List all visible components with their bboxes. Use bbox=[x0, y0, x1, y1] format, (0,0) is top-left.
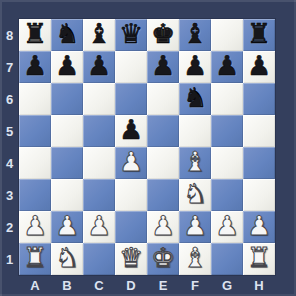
square-a5[interactable] bbox=[19, 115, 51, 147]
square-f8[interactable]: ♝ bbox=[179, 19, 211, 51]
square-b1[interactable]: ♞ bbox=[51, 243, 83, 275]
piece-white-pawn[interactable]: ♟ bbox=[215, 210, 239, 242]
square-g2[interactable]: ♟ bbox=[211, 211, 243, 243]
piece-black-rook[interactable]: ♜ bbox=[23, 18, 47, 50]
piece-black-knight[interactable]: ♞ bbox=[55, 18, 79, 50]
square-e2[interactable]: ♟ bbox=[147, 211, 179, 243]
square-h5[interactable] bbox=[243, 115, 275, 147]
chess-board-frame: ♜♞♝♛♚♝♜♟♟♟♟♟♟♟♞♟♟♝♞♟♟♟♟♟♟♟♜♞♛♚♝♜ 8765432… bbox=[0, 0, 296, 296]
piece-white-pawn[interactable]: ♟ bbox=[87, 210, 111, 242]
square-b4[interactable] bbox=[51, 147, 83, 179]
square-b2[interactable]: ♟ bbox=[51, 211, 83, 243]
file-label-c: C bbox=[83, 275, 115, 296]
square-h2[interactable]: ♟ bbox=[243, 211, 275, 243]
square-f7[interactable]: ♟ bbox=[179, 51, 211, 83]
piece-white-pawn[interactable]: ♟ bbox=[183, 210, 207, 242]
file-label-a: A bbox=[19, 275, 51, 296]
square-a1[interactable]: ♜ bbox=[19, 243, 51, 275]
piece-black-bishop[interactable]: ♝ bbox=[87, 18, 111, 50]
rank-label-7: 7 bbox=[0, 51, 19, 83]
piece-black-pawn[interactable]: ♟ bbox=[119, 114, 143, 146]
piece-white-king[interactable]: ♚ bbox=[151, 242, 175, 274]
square-h7[interactable]: ♟ bbox=[243, 51, 275, 83]
square-a4[interactable] bbox=[19, 147, 51, 179]
square-h1[interactable]: ♜ bbox=[243, 243, 275, 275]
square-h4[interactable] bbox=[243, 147, 275, 179]
square-c2[interactable]: ♟ bbox=[83, 211, 115, 243]
square-c6[interactable] bbox=[83, 83, 115, 115]
square-a3[interactable] bbox=[19, 179, 51, 211]
square-g8[interactable] bbox=[211, 19, 243, 51]
square-b5[interactable] bbox=[51, 115, 83, 147]
square-f2[interactable]: ♟ bbox=[179, 211, 211, 243]
square-e6[interactable] bbox=[147, 83, 179, 115]
rank-label-6: 6 bbox=[0, 83, 19, 115]
piece-white-queen[interactable]: ♛ bbox=[119, 242, 143, 274]
square-f6[interactable]: ♞ bbox=[179, 83, 211, 115]
square-e3[interactable] bbox=[147, 179, 179, 211]
square-a8[interactable]: ♜ bbox=[19, 19, 51, 51]
piece-black-pawn[interactable]: ♟ bbox=[23, 50, 47, 82]
square-f5[interactable] bbox=[179, 115, 211, 147]
square-a7[interactable]: ♟ bbox=[19, 51, 51, 83]
square-c3[interactable] bbox=[83, 179, 115, 211]
file-label-e: E bbox=[147, 275, 179, 296]
piece-black-queen[interactable]: ♛ bbox=[119, 18, 143, 50]
rank-label-2: 2 bbox=[0, 211, 19, 243]
square-g3[interactable] bbox=[211, 179, 243, 211]
piece-black-pawn[interactable]: ♟ bbox=[183, 50, 207, 82]
piece-white-pawn[interactable]: ♟ bbox=[247, 210, 271, 242]
square-d1[interactable]: ♛ bbox=[115, 243, 147, 275]
rank-label-3: 3 bbox=[0, 179, 19, 211]
piece-white-knight[interactable]: ♞ bbox=[183, 178, 207, 210]
square-f3[interactable]: ♞ bbox=[179, 179, 211, 211]
rank-label-4: 4 bbox=[0, 147, 19, 179]
square-f1[interactable]: ♝ bbox=[179, 243, 211, 275]
square-a2[interactable]: ♟ bbox=[19, 211, 51, 243]
square-d8[interactable]: ♛ bbox=[115, 19, 147, 51]
square-b7[interactable]: ♟ bbox=[51, 51, 83, 83]
square-h3[interactable] bbox=[243, 179, 275, 211]
square-g6[interactable] bbox=[211, 83, 243, 115]
file-label-b: B bbox=[51, 275, 83, 296]
piece-white-pawn[interactable]: ♟ bbox=[151, 210, 175, 242]
piece-black-rook[interactable]: ♜ bbox=[247, 18, 271, 50]
chess-board: ♜♞♝♛♚♝♜♟♟♟♟♟♟♟♞♟♟♝♞♟♟♟♟♟♟♟♜♞♛♚♝♜ bbox=[19, 19, 275, 275]
file-label-g: G bbox=[211, 275, 243, 296]
piece-black-knight[interactable]: ♞ bbox=[183, 82, 207, 114]
square-h8[interactable]: ♜ bbox=[243, 19, 275, 51]
square-b8[interactable]: ♞ bbox=[51, 19, 83, 51]
piece-black-pawn[interactable]: ♟ bbox=[247, 50, 271, 82]
file-label-f: F bbox=[179, 275, 211, 296]
rank-label-1: 1 bbox=[0, 243, 19, 275]
square-d3[interactable] bbox=[115, 179, 147, 211]
piece-black-pawn[interactable]: ♟ bbox=[87, 50, 111, 82]
square-e4[interactable] bbox=[147, 147, 179, 179]
piece-black-king[interactable]: ♚ bbox=[151, 18, 175, 50]
square-d5[interactable]: ♟ bbox=[115, 115, 147, 147]
piece-white-pawn[interactable]: ♟ bbox=[55, 210, 79, 242]
square-g1[interactable] bbox=[211, 243, 243, 275]
square-e8[interactable]: ♚ bbox=[147, 19, 179, 51]
file-label-d: D bbox=[115, 275, 147, 296]
square-e7[interactable]: ♟ bbox=[147, 51, 179, 83]
square-b3[interactable] bbox=[51, 179, 83, 211]
rank-label-8: 8 bbox=[0, 19, 19, 51]
piece-black-pawn[interactable]: ♟ bbox=[215, 50, 239, 82]
square-b6[interactable] bbox=[51, 83, 83, 115]
square-c8[interactable]: ♝ bbox=[83, 19, 115, 51]
square-d7[interactable] bbox=[115, 51, 147, 83]
file-label-h: H bbox=[243, 275, 275, 296]
piece-black-pawn[interactable]: ♟ bbox=[55, 50, 79, 82]
square-g5[interactable] bbox=[211, 115, 243, 147]
square-h6[interactable] bbox=[243, 83, 275, 115]
piece-white-bishop[interactable]: ♝ bbox=[183, 146, 207, 178]
square-c4[interactable] bbox=[83, 147, 115, 179]
square-c7[interactable]: ♟ bbox=[83, 51, 115, 83]
piece-white-pawn[interactable]: ♟ bbox=[119, 146, 143, 178]
square-c5[interactable] bbox=[83, 115, 115, 147]
rank-label-5: 5 bbox=[0, 115, 19, 147]
piece-white-rook[interactable]: ♜ bbox=[247, 242, 271, 274]
piece-black-bishop[interactable]: ♝ bbox=[183, 18, 207, 50]
square-d4[interactable]: ♟ bbox=[115, 147, 147, 179]
piece-white-pawn[interactable]: ♟ bbox=[23, 210, 47, 242]
square-a6[interactable] bbox=[19, 83, 51, 115]
piece-white-knight[interactable]: ♞ bbox=[55, 242, 79, 274]
piece-black-pawn[interactable]: ♟ bbox=[151, 50, 175, 82]
square-c1[interactable] bbox=[83, 243, 115, 275]
square-f4[interactable]: ♝ bbox=[179, 147, 211, 179]
piece-white-bishop[interactable]: ♝ bbox=[183, 242, 207, 274]
square-e1[interactable]: ♚ bbox=[147, 243, 179, 275]
piece-white-rook[interactable]: ♜ bbox=[23, 242, 47, 274]
square-g4[interactable] bbox=[211, 147, 243, 179]
square-e5[interactable] bbox=[147, 115, 179, 147]
square-d2[interactable] bbox=[115, 211, 147, 243]
square-g7[interactable]: ♟ bbox=[211, 51, 243, 83]
square-d6[interactable] bbox=[115, 83, 147, 115]
